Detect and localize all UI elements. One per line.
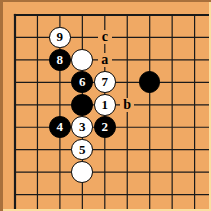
stone-black-4: 4 [49,116,71,138]
board-border-bottom [0,209,211,211]
point-label-a: a [98,53,112,67]
stone-move-number: 2 [101,120,108,133]
stone-black [71,94,93,116]
stone-white-1: 1 [94,94,116,116]
stone-black-8: 8 [49,49,71,71]
point-label-c: c [98,30,112,44]
stone-white-5: 5 [71,139,93,161]
board-border-right [209,0,211,211]
board-border-left [0,0,3,211]
stone-move-number: 4 [57,120,64,133]
stone-move-number: 8 [57,53,64,66]
stone-white-9: 9 [49,27,71,49]
stone-move-number: 1 [101,98,108,111]
stone-move-number: 7 [101,75,108,88]
stone-white [71,49,93,71]
point-label-b: b [120,98,134,112]
stone-move-number: 6 [79,75,86,88]
stone-white-7: 7 [94,71,116,93]
go-board-grid: 986714325cab [4,4,206,206]
stone-move-number: 9 [57,30,64,43]
stone-move-number: 5 [79,143,86,156]
go-board-diagram: 986714325cab [0,0,211,211]
stone-move-number: 3 [79,120,86,133]
stone-black [139,71,161,93]
stone-black-6: 6 [71,71,93,93]
board-border-top [0,0,211,2]
stone-white-3: 3 [71,116,93,138]
stone-black-2: 2 [94,116,116,138]
stone-white [71,161,93,183]
